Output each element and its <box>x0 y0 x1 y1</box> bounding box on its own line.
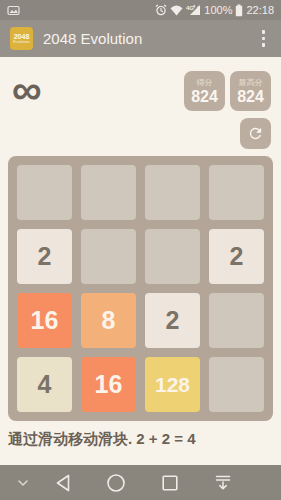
back-icon[interactable] <box>56 474 71 492</box>
tile-16: 16 <box>17 293 72 348</box>
score-value: 824 <box>191 89 218 105</box>
battery-icon <box>235 4 243 17</box>
recents-icon[interactable] <box>162 475 178 491</box>
alarm-icon <box>155 4 167 16</box>
hide-navigation-icon[interactable] <box>215 475 231 491</box>
empty-cell <box>17 165 72 220</box>
game-content: ∞ 得分 824 最高分 824 221682416128 通过滑动移动滑块. … <box>0 57 281 465</box>
overflow-menu-icon[interactable] <box>256 26 272 51</box>
refresh-icon <box>247 125 264 142</box>
tile-2: 2 <box>209 229 264 284</box>
tile-2: 2 <box>17 229 72 284</box>
empty-cell <box>145 165 200 220</box>
app-logo: 2048 Evolution <box>10 27 33 50</box>
restart-button[interactable] <box>240 118 271 149</box>
tile-8: 8 <box>81 293 136 348</box>
empty-cell <box>209 165 264 220</box>
mobile-signal-4g-icon: 4G <box>186 4 201 16</box>
best-score-value: 824 <box>237 89 264 105</box>
tile-128: 128 <box>145 357 200 412</box>
empty-cell <box>81 165 136 220</box>
empty-cell <box>209 293 264 348</box>
status-bar: 4G 100% 22:18 <box>0 0 281 20</box>
navigation-bar <box>0 465 281 500</box>
status-time: 22:18 <box>246 4 274 16</box>
home-icon[interactable] <box>107 473 126 492</box>
chevron-down-icon[interactable] <box>18 479 29 486</box>
score-header: ∞ 得分 824 最高分 824 <box>0 57 281 111</box>
screen: { "game": "2048", "position": "0,0,0,0/2… <box>0 0 281 500</box>
app-title: 2048 Evolution <box>43 30 142 47</box>
svg-text:4G: 4G <box>186 5 194 11</box>
tile-16: 16 <box>81 357 136 412</box>
wifi-icon <box>170 5 183 16</box>
empty-cell <box>81 229 136 284</box>
empty-cell <box>209 357 264 412</box>
battery-percent: 100% <box>204 4 232 16</box>
app-logo-subtext: Evolution <box>13 40 29 44</box>
score-box: 得分 824 <box>184 71 225 111</box>
best-score-box: 最高分 824 <box>230 71 271 111</box>
best-score-label: 最高分 <box>239 77 263 88</box>
infinity-mode-symbol: ∞ <box>12 71 40 109</box>
tile-2: 2 <box>145 293 200 348</box>
board[interactable]: 221682416128 <box>8 156 273 421</box>
hint-text: 通过滑动移动滑块. 2 + 2 = 4 <box>8 430 273 449</box>
empty-cell <box>145 229 200 284</box>
tile-4: 4 <box>17 357 72 412</box>
score-label: 得分 <box>197 77 213 88</box>
app-bar: 2048 Evolution 2048 Evolution <box>0 20 281 57</box>
notification-icon <box>7 5 20 16</box>
